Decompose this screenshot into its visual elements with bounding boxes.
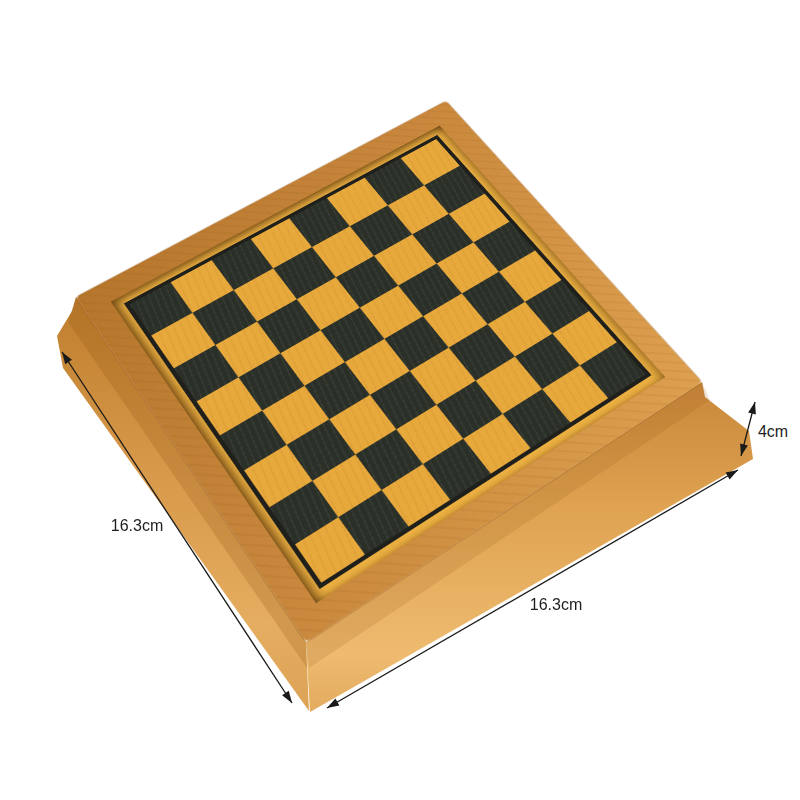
- product-photo-scene: 16.3cm 16.3cm 4cm: [0, 0, 800, 800]
- dimension-label-left-side: 16.3cm: [111, 517, 163, 535]
- dimension-label-height: 4cm: [758, 423, 788, 441]
- dimension-label-bottom-side: 16.3cm: [530, 596, 582, 614]
